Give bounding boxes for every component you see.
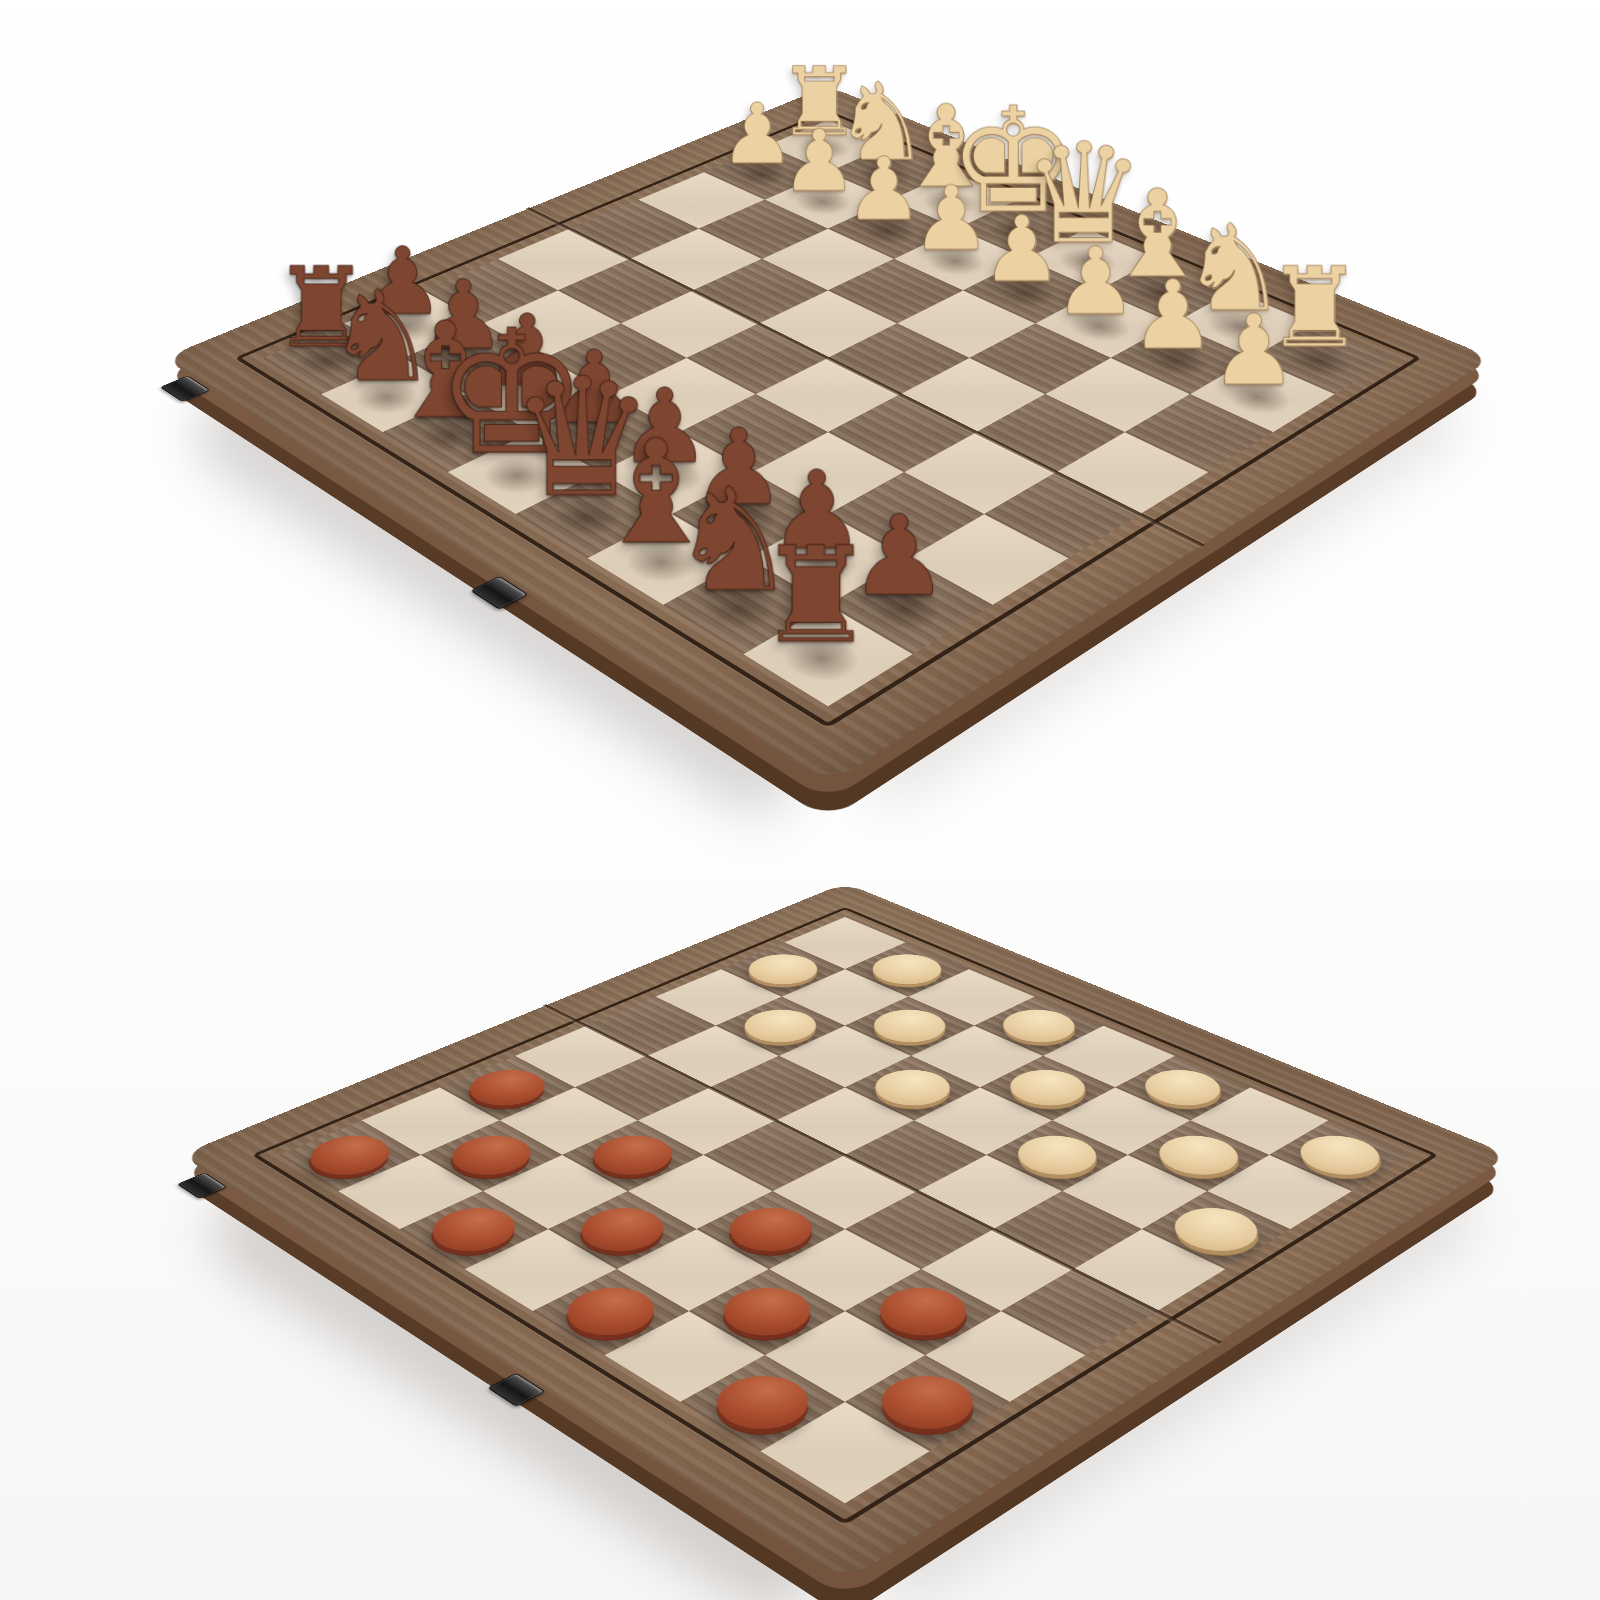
checkers-board xyxy=(375,685,1315,1600)
square-light xyxy=(769,1229,921,1311)
checkers-board-face xyxy=(180,883,1509,1582)
product-photo-stage: ♜♞♝♚♛♝♞♜♟♟♟♟♟♟♟♟♟♟♟♟♟♟♟♟♜♞♝♚♛♝♞♜ xyxy=(0,0,1600,1600)
chess-board-face: ♜♞♝♚♛♝♞♜♟♟♟♟♟♟♟♟♟♟♟♟♟♟♟♟♜♞♝♚♛♝♞♜ xyxy=(163,86,1492,785)
chess-piece-glyph: ♟ xyxy=(1151,302,1357,400)
checkers-playing-area xyxy=(279,917,1410,1504)
chess-playing-area: ♜♞♝♚♛♝♞♜♟♟♟♟♟♟♟♟♟♟♟♟♟♟♟♟♜♞♝♚♛♝♞♜ xyxy=(262,120,1393,707)
chess-piece-glyph: ♜ xyxy=(696,529,936,661)
